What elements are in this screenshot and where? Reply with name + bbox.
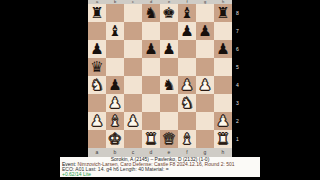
square-b6 bbox=[106, 40, 124, 58]
square-a5: ♛ bbox=[88, 58, 106, 76]
square-c1 bbox=[124, 130, 142, 148]
square-h6: ♟ bbox=[214, 40, 232, 58]
rank-label-1: 1 bbox=[233, 130, 242, 148]
square-d4 bbox=[142, 76, 160, 94]
rank-label-7: 7 bbox=[233, 22, 242, 40]
piece-black-pawn: ♟ bbox=[90, 40, 103, 58]
square-h4 bbox=[214, 76, 232, 94]
square-f2 bbox=[178, 112, 196, 130]
rank-label-2: 2 bbox=[233, 112, 242, 130]
square-f7: ♟ bbox=[178, 22, 196, 40]
square-e3 bbox=[160, 94, 178, 112]
square-b5 bbox=[106, 58, 124, 76]
square-c4 bbox=[124, 76, 142, 94]
square-f1: ♝ bbox=[178, 130, 196, 148]
square-c7 bbox=[124, 22, 142, 40]
piece-black-bishop: ♝ bbox=[180, 4, 193, 22]
file-label-e: e bbox=[160, 148, 178, 157]
square-d5 bbox=[142, 58, 160, 76]
square-b4: ♟ bbox=[106, 76, 124, 94]
square-d1: ♜ bbox=[142, 130, 160, 148]
piece-white-pawn: ♟ bbox=[180, 76, 193, 94]
rank-labels-right: 87654321 bbox=[233, 4, 242, 148]
square-d3 bbox=[142, 94, 160, 112]
square-a1 bbox=[88, 130, 106, 148]
square-a3 bbox=[88, 94, 106, 112]
square-e5 bbox=[160, 58, 178, 76]
engine-eval-line: +0.62/14 Lite bbox=[60, 172, 260, 177]
square-c6 bbox=[124, 40, 142, 58]
square-d6: ♟ bbox=[142, 40, 160, 58]
piece-white-king: ♚ bbox=[108, 130, 121, 148]
file-label-h: h bbox=[214, 148, 232, 157]
piece-white-pawn: ♟ bbox=[108, 94, 121, 112]
square-g2 bbox=[196, 112, 214, 130]
file-label-c: c bbox=[124, 148, 142, 157]
piece-black-pawn: ♟ bbox=[162, 40, 175, 58]
square-h5 bbox=[214, 58, 232, 76]
piece-white-pawn: ♟ bbox=[216, 112, 229, 130]
square-f5 bbox=[178, 58, 196, 76]
piece-white-queen: ♛ bbox=[162, 130, 175, 148]
rank-label-8: 8 bbox=[233, 4, 242, 22]
piece-black-rook: ♜ bbox=[90, 4, 103, 22]
piece-black-queen: ♛ bbox=[90, 58, 103, 76]
square-c8 bbox=[124, 4, 142, 22]
square-e6: ♟ bbox=[160, 40, 178, 58]
square-e4: ♞ bbox=[160, 76, 178, 94]
square-h7 bbox=[214, 22, 232, 40]
square-d8: ♞ bbox=[142, 4, 160, 22]
square-b1: ♚ bbox=[106, 130, 124, 148]
square-f6 bbox=[178, 40, 196, 58]
square-b7: ♝ bbox=[106, 22, 124, 40]
square-f3: ♞ bbox=[178, 94, 196, 112]
piece-white-bishop: ♝ bbox=[180, 130, 193, 148]
file-label-g: g bbox=[196, 148, 214, 157]
square-g7: ♟ bbox=[196, 22, 214, 40]
piece-white-pawn: ♟ bbox=[126, 112, 139, 130]
square-f8: ♝ bbox=[178, 4, 196, 22]
video-frame: abcdefgh ♜♞♚♝♜♝♟♟♟♟♟♟♛♞♟♞♟♟♟♞♟♝♟♟♚♜♛♝♜ 8… bbox=[0, 0, 320, 180]
piece-black-pawn: ♟ bbox=[180, 22, 193, 40]
square-b2: ♝ bbox=[106, 112, 124, 130]
piece-black-knight: ♞ bbox=[144, 4, 157, 22]
piece-black-pawn: ♟ bbox=[216, 40, 229, 58]
square-h2: ♟ bbox=[214, 112, 232, 130]
rank-label-3: 3 bbox=[233, 94, 242, 112]
piece-white-pawn: ♟ bbox=[90, 112, 103, 130]
rank-label-5: 5 bbox=[233, 58, 242, 76]
piece-white-knight: ♞ bbox=[90, 76, 103, 94]
square-d2 bbox=[142, 112, 160, 130]
rank-label-6: 6 bbox=[233, 40, 242, 58]
piece-black-rook: ♜ bbox=[216, 4, 229, 22]
square-a2: ♟ bbox=[88, 112, 106, 130]
square-b8 bbox=[106, 4, 124, 22]
square-e2 bbox=[160, 112, 178, 130]
square-c2: ♟ bbox=[124, 112, 142, 130]
square-h8: ♜ bbox=[214, 4, 232, 22]
file-label-d: d bbox=[142, 148, 160, 157]
square-c3 bbox=[124, 94, 142, 112]
piece-black-pawn: ♟ bbox=[108, 76, 121, 94]
piece-white-bishop: ♝ bbox=[108, 112, 121, 130]
square-c5 bbox=[124, 58, 142, 76]
square-g6 bbox=[196, 40, 214, 58]
square-a6: ♟ bbox=[88, 40, 106, 58]
square-e1: ♛ bbox=[160, 130, 178, 148]
square-h3 bbox=[214, 94, 232, 112]
square-b3: ♟ bbox=[106, 94, 124, 112]
piece-black-pawn: ♟ bbox=[198, 22, 211, 40]
file-label-f: f bbox=[178, 148, 196, 157]
board: ♜♞♚♝♜♝♟♟♟♟♟♟♛♞♟♞♟♟♟♞♟♝♟♟♚♜♛♝♜ bbox=[88, 4, 232, 148]
piece-black-knight: ♞ bbox=[162, 76, 175, 94]
square-g3 bbox=[196, 94, 214, 112]
square-e8: ♚ bbox=[160, 4, 178, 22]
square-a8: ♜ bbox=[88, 4, 106, 22]
square-h1: ♜ bbox=[214, 130, 232, 148]
square-d7 bbox=[142, 22, 160, 40]
file-label-b: b bbox=[106, 148, 124, 157]
square-g1 bbox=[196, 130, 214, 148]
piece-white-pawn: ♟ bbox=[198, 76, 211, 94]
square-g5 bbox=[196, 58, 214, 76]
square-g4: ♟ bbox=[196, 76, 214, 94]
piece-white-rook: ♜ bbox=[216, 130, 229, 148]
square-e7 bbox=[160, 22, 178, 40]
piece-black-king: ♚ bbox=[162, 4, 175, 22]
file-labels-bottom: abcdefgh bbox=[88, 148, 232, 157]
piece-white-knight: ♞ bbox=[180, 94, 193, 112]
square-a4: ♞ bbox=[88, 76, 106, 94]
rank-label-4: 4 bbox=[233, 76, 242, 94]
square-f4: ♟ bbox=[178, 76, 196, 94]
piece-black-pawn: ♟ bbox=[144, 40, 157, 58]
square-g8 bbox=[196, 4, 214, 22]
piece-black-bishop: ♝ bbox=[108, 22, 121, 40]
file-label-a: a bbox=[88, 148, 106, 157]
square-a7 bbox=[88, 22, 106, 40]
piece-white-rook: ♜ bbox=[144, 130, 157, 148]
game-info-panel: Sorokin, A (2145) – Pavlenko, D (2132) (… bbox=[60, 157, 260, 177]
